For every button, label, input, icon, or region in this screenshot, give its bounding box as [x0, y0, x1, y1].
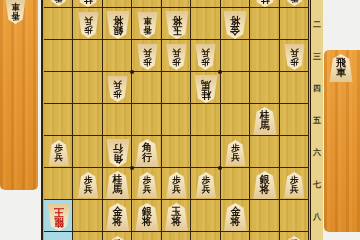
- star-point-2: [218, 70, 222, 74]
- piece-character: 兵: [231, 153, 240, 162]
- square-5a[interactable]: [162, 0, 191, 8]
- gote-piece-stand: [0, 0, 38, 190]
- square-1b[interactable]: [280, 8, 309, 40]
- piece-character: 兵: [84, 16, 93, 25]
- square-2b[interactable]: [250, 8, 279, 40]
- piece-character: 香: [290, 0, 299, 2]
- square-1d[interactable]: [280, 72, 309, 104]
- square-4h[interactable]: [191, 200, 220, 232]
- square-5e[interactable]: [162, 104, 191, 136]
- piece-character: 王: [54, 207, 64, 218]
- piece-character: 将: [230, 15, 240, 26]
- piece-character: 行: [142, 153, 152, 164]
- piece-character: 桂: [260, 0, 270, 3]
- square-3i[interactable]: [221, 232, 250, 240]
- piece-character: 兵: [143, 48, 152, 57]
- square-9g[interactable]: [44, 168, 73, 200]
- piece-character: 桂: [83, 0, 93, 3]
- piece-character: 兵: [84, 185, 93, 194]
- piece-character: 玉: [172, 25, 182, 36]
- piece-character: 車: [143, 16, 152, 25]
- square-2i[interactable]: [250, 232, 279, 240]
- square-9b[interactable]: [44, 8, 73, 40]
- square-4i[interactable]: [191, 232, 220, 240]
- piece-character: 兵: [202, 185, 211, 194]
- square-3a[interactable]: [221, 0, 250, 8]
- square-9d[interactable]: [44, 72, 73, 104]
- piece-character: 兵: [143, 185, 152, 194]
- piece-character: 龍: [54, 217, 64, 228]
- square-6a[interactable]: [132, 0, 161, 8]
- square-7a[interactable]: [103, 0, 132, 8]
- piece-character: 兵: [172, 48, 181, 57]
- star-point-1: [130, 70, 134, 74]
- square-5f[interactable]: [162, 136, 191, 168]
- square-4e[interactable]: [191, 104, 220, 136]
- square-3g[interactable]: [221, 168, 250, 200]
- rank-label-5: 五: [311, 115, 323, 126]
- piece-character: 将: [172, 217, 182, 228]
- square-5d[interactable]: [162, 72, 191, 104]
- rank-label-3: 三: [311, 51, 323, 62]
- piece-character: 馬: [260, 121, 270, 132]
- piece-character: 将: [113, 217, 123, 228]
- piece-character: 行: [113, 143, 123, 154]
- piece-character: 将: [230, 217, 240, 228]
- rank-coordinate-strip: 一二三四五六七八九: [310, 0, 323, 240]
- square-6e[interactable]: [132, 104, 161, 136]
- square-2c[interactable]: [250, 40, 279, 72]
- rank-label-8: 八: [311, 211, 323, 222]
- square-5i[interactable]: [162, 232, 191, 240]
- square-1e[interactable]: [280, 104, 309, 136]
- rank-label-7: 七: [311, 179, 323, 190]
- rank-label-2: 二: [311, 19, 323, 30]
- square-3e[interactable]: [221, 104, 250, 136]
- shogi-app-screen: 一二三四五六七八九 香車桂馬桂馬香車歩兵銀将香車玉将金将歩兵歩兵歩兵歩兵歩兵桂馬…: [0, 0, 360, 240]
- piece-character: 兵: [202, 48, 211, 57]
- piece-character: 桂: [201, 89, 211, 100]
- square-8f[interactable]: [73, 136, 102, 168]
- piece-character: 兵: [290, 185, 299, 194]
- piece-character: 車: [336, 68, 346, 79]
- rank-label-6: 六: [311, 147, 323, 158]
- piece-character: 銀: [113, 25, 123, 36]
- square-1h[interactable]: [280, 200, 309, 232]
- star-point-3: [130, 166, 134, 170]
- piece-character: 香: [54, 0, 63, 2]
- square-8h[interactable]: [73, 200, 102, 232]
- square-6d[interactable]: [132, 72, 161, 104]
- square-8e[interactable]: [73, 104, 102, 136]
- square-9e[interactable]: [44, 104, 73, 136]
- square-2d[interactable]: [250, 72, 279, 104]
- square-8c[interactable]: [73, 40, 102, 72]
- square-2h[interactable]: [250, 200, 279, 232]
- piece-character: 馬: [113, 185, 123, 196]
- square-4f[interactable]: [191, 136, 220, 168]
- square-1f[interactable]: [280, 136, 309, 168]
- square-8i[interactable]: [73, 232, 102, 240]
- square-4b[interactable]: [191, 8, 220, 40]
- piece-character: 兵: [172, 185, 181, 194]
- piece-character: 将: [172, 15, 182, 26]
- piece-character: 馬: [201, 79, 211, 90]
- rank-label-4: 四: [311, 83, 323, 94]
- square-8d[interactable]: [73, 72, 102, 104]
- piece-character: 車: [11, 2, 20, 11]
- piece-character: 将: [260, 185, 270, 196]
- square-3c[interactable]: [221, 40, 250, 72]
- square-9i[interactable]: [44, 232, 73, 240]
- piece-character: 将: [142, 217, 152, 228]
- square-7c[interactable]: [103, 40, 132, 72]
- star-point-4: [218, 166, 222, 170]
- square-7e[interactable]: [103, 104, 132, 136]
- piece-character: 兵: [113, 80, 122, 89]
- piece-character: 角: [113, 153, 123, 164]
- piece-character: 金: [230, 25, 240, 36]
- piece-character: 兵: [54, 153, 63, 162]
- piece-character: 将: [113, 15, 123, 26]
- square-2f[interactable]: [250, 136, 279, 168]
- square-3d[interactable]: [221, 72, 250, 104]
- square-9c[interactable]: [44, 40, 73, 72]
- square-4a[interactable]: [191, 0, 220, 8]
- piece-character: 兵: [290, 48, 299, 57]
- square-6i[interactable]: [132, 232, 161, 240]
